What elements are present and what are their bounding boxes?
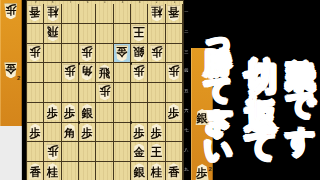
board-cell-67: 歩 bbox=[79, 123, 96, 143]
piece-sente-歩: 歩 bbox=[63, 104, 77, 120]
board-cell-79 bbox=[62, 162, 79, 180]
piece-glyph: 桂 bbox=[151, 5, 163, 19]
board-cell-44 bbox=[114, 63, 131, 83]
piece-gote-歩: 歩 bbox=[132, 64, 146, 80]
board-cell-47 bbox=[114, 123, 131, 143]
piece-sente-金: 金 bbox=[132, 144, 146, 160]
hoshi-dot bbox=[78, 121, 80, 123]
piece-sente-歩: 歩 bbox=[150, 124, 164, 140]
piece-glyph: 金 bbox=[116, 45, 128, 59]
hoshi-dot bbox=[130, 121, 132, 123]
board-cell-82: 飛 bbox=[44, 24, 61, 44]
piece-sente-銀: 銀 bbox=[132, 163, 146, 179]
file-label-5: 5 bbox=[101, 0, 110, 3]
board-cell-87 bbox=[44, 123, 61, 143]
board-cell-13 bbox=[166, 44, 183, 64]
board-cell-12 bbox=[166, 24, 183, 44]
file-label-4: 4 bbox=[118, 0, 127, 3]
piece-glyph: 香 bbox=[29, 166, 41, 180]
board-cell-28: 王 bbox=[148, 142, 165, 162]
file-label-3: 3 bbox=[135, 0, 144, 3]
board-cell-23: 歩 bbox=[148, 44, 165, 64]
board-cell-18 bbox=[166, 142, 183, 162]
board-cell-58 bbox=[96, 142, 113, 162]
board-cell-59 bbox=[96, 162, 113, 180]
board-cell-78 bbox=[62, 142, 79, 162]
file-label-7: 7 bbox=[66, 0, 75, 3]
piece-gote-歩: 歩 bbox=[150, 45, 164, 61]
board-cell-91: 香 bbox=[27, 4, 44, 24]
piece-sente-桂: 桂 bbox=[150, 163, 164, 179]
board-cell-37: 歩 bbox=[131, 123, 148, 143]
piece-glyph: 歩 bbox=[29, 45, 41, 59]
piece-glyph: 飛 bbox=[47, 25, 59, 39]
piece-glyph: 銀 bbox=[133, 45, 145, 59]
board-cell-89: 桂 bbox=[44, 162, 61, 180]
board-cell-64: 角 bbox=[79, 63, 96, 83]
board-cell-19: 香 bbox=[166, 162, 183, 180]
board-cell-62 bbox=[79, 24, 96, 44]
piece-glyph: 香 bbox=[29, 5, 41, 19]
board-cell-27: 歩 bbox=[148, 123, 165, 143]
board-cell-63: 歩 bbox=[79, 44, 96, 64]
piece-glyph: 桂 bbox=[47, 166, 59, 180]
board-cell-94 bbox=[27, 63, 44, 83]
piece-gote-王: 王 bbox=[132, 25, 146, 41]
piece-sente-歩: 歩 bbox=[132, 124, 146, 140]
piece-glyph: 銀 bbox=[133, 166, 145, 180]
piece-sente-香: 香 bbox=[28, 163, 42, 179]
piece-glyph: 歩 bbox=[47, 144, 59, 158]
piece-sente-桂: 桂 bbox=[46, 163, 60, 179]
board-cell-48 bbox=[114, 142, 131, 162]
piece-sente-王: 王 bbox=[150, 144, 164, 160]
board-cell-49 bbox=[114, 162, 131, 180]
piece-glyph: 金 bbox=[133, 146, 145, 160]
board-cell-71 bbox=[62, 4, 79, 24]
board-cell-26 bbox=[148, 103, 165, 123]
board-cell-17 bbox=[166, 123, 183, 143]
piece-glyph: 香 bbox=[168, 166, 180, 180]
thumbnail-stage: 987654321 香桂桂香飛王歩歩金銀歩歩角飛歩歩歩歩歩銀歩歩角歩歩歩歩金王香… bbox=[0, 0, 320, 180]
piece-gote-歩: 歩 bbox=[4, 3, 18, 19]
board-cell-16: 歩 bbox=[166, 103, 183, 123]
board-cell-22 bbox=[148, 24, 165, 44]
piece-gote-香: 香 bbox=[28, 5, 42, 21]
piece-glyph: 香 bbox=[168, 5, 180, 19]
board-cell-85 bbox=[44, 83, 61, 103]
board-cell-42 bbox=[114, 24, 131, 44]
piece-glyph: 王 bbox=[151, 146, 163, 160]
board-cell-38: 金 bbox=[131, 142, 148, 162]
board-cell-83 bbox=[44, 44, 61, 64]
board-cell-76: 歩 bbox=[62, 103, 79, 123]
board-cell-14: 歩 bbox=[166, 63, 183, 83]
piece-glyph: 歩 bbox=[81, 127, 93, 141]
rank-label-6: 六 bbox=[184, 109, 189, 113]
piece-glyph: 歩 bbox=[133, 127, 145, 141]
piece-gote-歩: 歩 bbox=[98, 84, 112, 100]
piece-gote-飛: 飛 bbox=[46, 25, 60, 41]
board-cell-45 bbox=[114, 83, 131, 103]
board-cell-65 bbox=[79, 83, 96, 103]
board-cell-97: 歩 bbox=[27, 123, 44, 143]
file-label-8: 8 bbox=[49, 0, 58, 3]
board-cell-74: 歩 bbox=[62, 63, 79, 83]
board-cell-86: 歩 bbox=[44, 103, 61, 123]
board-cell-53 bbox=[96, 44, 113, 64]
board-cell-25 bbox=[148, 83, 165, 103]
board-cell-41 bbox=[114, 4, 131, 24]
piece-glyph: 歩 bbox=[29, 127, 41, 141]
overlay-text-blue: 飛車取りです bbox=[282, 0, 320, 180]
board-cell-51 bbox=[96, 4, 113, 24]
left-white-block bbox=[0, 126, 22, 180]
board-cell-24 bbox=[148, 63, 165, 83]
piece-glyph: 角 bbox=[64, 127, 76, 141]
rank-label-2: 二 bbox=[184, 30, 189, 34]
piece-glyph: 歩 bbox=[196, 167, 208, 180]
hoshi-dot bbox=[78, 62, 80, 64]
piece-gote-角: 角 bbox=[80, 64, 94, 80]
board-cell-72 bbox=[62, 24, 79, 44]
hand-piece-slot: 歩 bbox=[195, 164, 209, 180]
piece-sente-銀: 銀 bbox=[80, 104, 94, 120]
board-cell-21: 桂 bbox=[148, 4, 165, 24]
file-label-9: 9 bbox=[31, 0, 40, 3]
shogi-board: 987654321 香桂桂香飛王歩歩金銀歩歩角飛歩歩歩歩歩銀歩歩角歩歩歩歩金王香… bbox=[26, 0, 184, 180]
file-label-1: 1 bbox=[170, 0, 179, 3]
piece-gote-歩: 歩 bbox=[80, 45, 94, 61]
board-cell-39: 銀 bbox=[131, 162, 148, 180]
piece-glyph: 歩 bbox=[151, 127, 163, 141]
piece-glyph: 歩 bbox=[5, 3, 17, 17]
board-cell-34: 歩 bbox=[131, 63, 148, 83]
board-cell-75 bbox=[62, 83, 79, 103]
board-cell-98 bbox=[27, 142, 44, 162]
board-cell-88: 歩 bbox=[44, 142, 61, 162]
piece-glyph: 歩 bbox=[47, 107, 59, 121]
board-cell-15 bbox=[166, 83, 183, 103]
hand-piece-slot: 歩 bbox=[4, 3, 18, 19]
board-cell-84 bbox=[44, 63, 61, 83]
board-cell-35 bbox=[131, 83, 148, 103]
piece-gote-桂: 桂 bbox=[150, 5, 164, 21]
board-cell-55: 歩 bbox=[96, 83, 113, 103]
hand-piece-slot: 金 bbox=[4, 62, 18, 78]
board-cell-95 bbox=[27, 83, 44, 103]
board-cell-32: 王 bbox=[131, 24, 148, 44]
piece-gote-歩: 歩 bbox=[63, 64, 77, 80]
rank-label-9: 九 bbox=[184, 168, 189, 172]
board-cell-66: 銀 bbox=[79, 103, 96, 123]
board-cell-29: 桂 bbox=[148, 162, 165, 180]
board-cell-33: 銀 bbox=[131, 44, 148, 64]
piece-sente-歩: 歩 bbox=[167, 104, 181, 120]
rank-label-5: 五 bbox=[184, 89, 189, 93]
hand-count-label: 2 bbox=[17, 75, 20, 81]
board-cell-93: 歩 bbox=[27, 44, 44, 64]
board-cell-92 bbox=[27, 24, 44, 44]
board-cell-81: 桂 bbox=[44, 4, 61, 24]
piece-glyph: 歩 bbox=[64, 64, 76, 78]
board-cell-69 bbox=[79, 162, 96, 180]
piece-glyph: 歩 bbox=[151, 45, 163, 59]
hoshi-dot bbox=[130, 62, 132, 64]
board-grid: 香桂桂香飛王歩歩金銀歩歩角飛歩歩歩歩歩銀歩歩角歩歩歩歩金王香桂銀桂香 bbox=[27, 4, 183, 180]
board-cell-77: 角 bbox=[62, 123, 79, 143]
piece-sente-香: 香 bbox=[167, 163, 181, 179]
board-cell-57 bbox=[96, 123, 113, 143]
board-cell-61 bbox=[79, 4, 96, 24]
piece-gote-桂: 桂 bbox=[46, 5, 60, 21]
rank-label-1: 一 bbox=[184, 10, 189, 14]
overlay-text-red: 切り返して bbox=[239, 0, 282, 180]
board-cell-11: 香 bbox=[166, 4, 183, 24]
file-label-6: 6 bbox=[83, 0, 92, 3]
piece-glyph: 歩 bbox=[99, 84, 111, 98]
hand-count-label: 2 bbox=[209, 166, 212, 172]
piece-glyph: 歩 bbox=[168, 107, 180, 121]
piece-glyph: 銀 bbox=[196, 112, 208, 126]
hand-piece-slot: 銀 bbox=[195, 109, 209, 125]
piece-gote-金: 金 bbox=[4, 62, 18, 78]
piece-glyph: 桂 bbox=[151, 166, 163, 180]
piece-gote-金: 金 bbox=[115, 45, 129, 61]
piece-sente-角: 角 bbox=[63, 124, 77, 140]
piece-sente-歩: 歩 bbox=[28, 124, 42, 140]
piece-sente-銀: 銀 bbox=[195, 109, 209, 125]
board-cell-31 bbox=[131, 4, 148, 24]
piece-glyph: 歩 bbox=[168, 64, 180, 78]
piece-glyph: 歩 bbox=[81, 45, 93, 59]
piece-glyph: 飛 bbox=[99, 67, 111, 81]
board-cell-56 bbox=[96, 103, 113, 123]
board-cell-52 bbox=[96, 24, 113, 44]
rank-label-4: 四 bbox=[184, 69, 189, 73]
piece-gote-銀: 銀 bbox=[132, 45, 146, 61]
rank-label-3: 三 bbox=[184, 49, 189, 53]
board-cell-36 bbox=[131, 103, 148, 123]
piece-sente-歩: 歩 bbox=[46, 104, 60, 120]
rank-label-7: 七 bbox=[184, 129, 189, 133]
piece-sente-歩: 歩 bbox=[80, 124, 94, 140]
piece-gote-歩: 歩 bbox=[28, 45, 42, 61]
overlay-text-yellow: 勝って下さい bbox=[196, 0, 239, 180]
piece-sente-歩: 歩 bbox=[195, 164, 209, 180]
piece-glyph: 金 bbox=[5, 62, 17, 76]
piece-gote-歩: 歩 bbox=[167, 64, 181, 80]
piece-glyph: 角 bbox=[81, 64, 93, 78]
board-cell-46 bbox=[114, 103, 131, 123]
piece-glyph: 銀 bbox=[81, 107, 93, 121]
piece-gote-香: 香 bbox=[167, 5, 181, 21]
piece-glyph: 桂 bbox=[47, 5, 59, 19]
board-cell-73 bbox=[62, 44, 79, 64]
board-cell-43: 金 bbox=[114, 44, 131, 64]
board-cell-54: 飛 bbox=[96, 63, 113, 83]
board-cell-68 bbox=[79, 142, 96, 162]
rank-label-8: 八 bbox=[184, 148, 189, 152]
piece-gote-歩: 歩 bbox=[46, 144, 60, 160]
board-cell-96 bbox=[27, 103, 44, 123]
piece-glyph: 歩 bbox=[133, 64, 145, 78]
piece-glyph: 歩 bbox=[64, 107, 76, 121]
piece-glyph: 王 bbox=[133, 25, 145, 39]
board-cell-99: 香 bbox=[27, 162, 44, 180]
piece-sente-飛: 飛 bbox=[98, 64, 112, 80]
file-label-2: 2 bbox=[153, 0, 162, 3]
